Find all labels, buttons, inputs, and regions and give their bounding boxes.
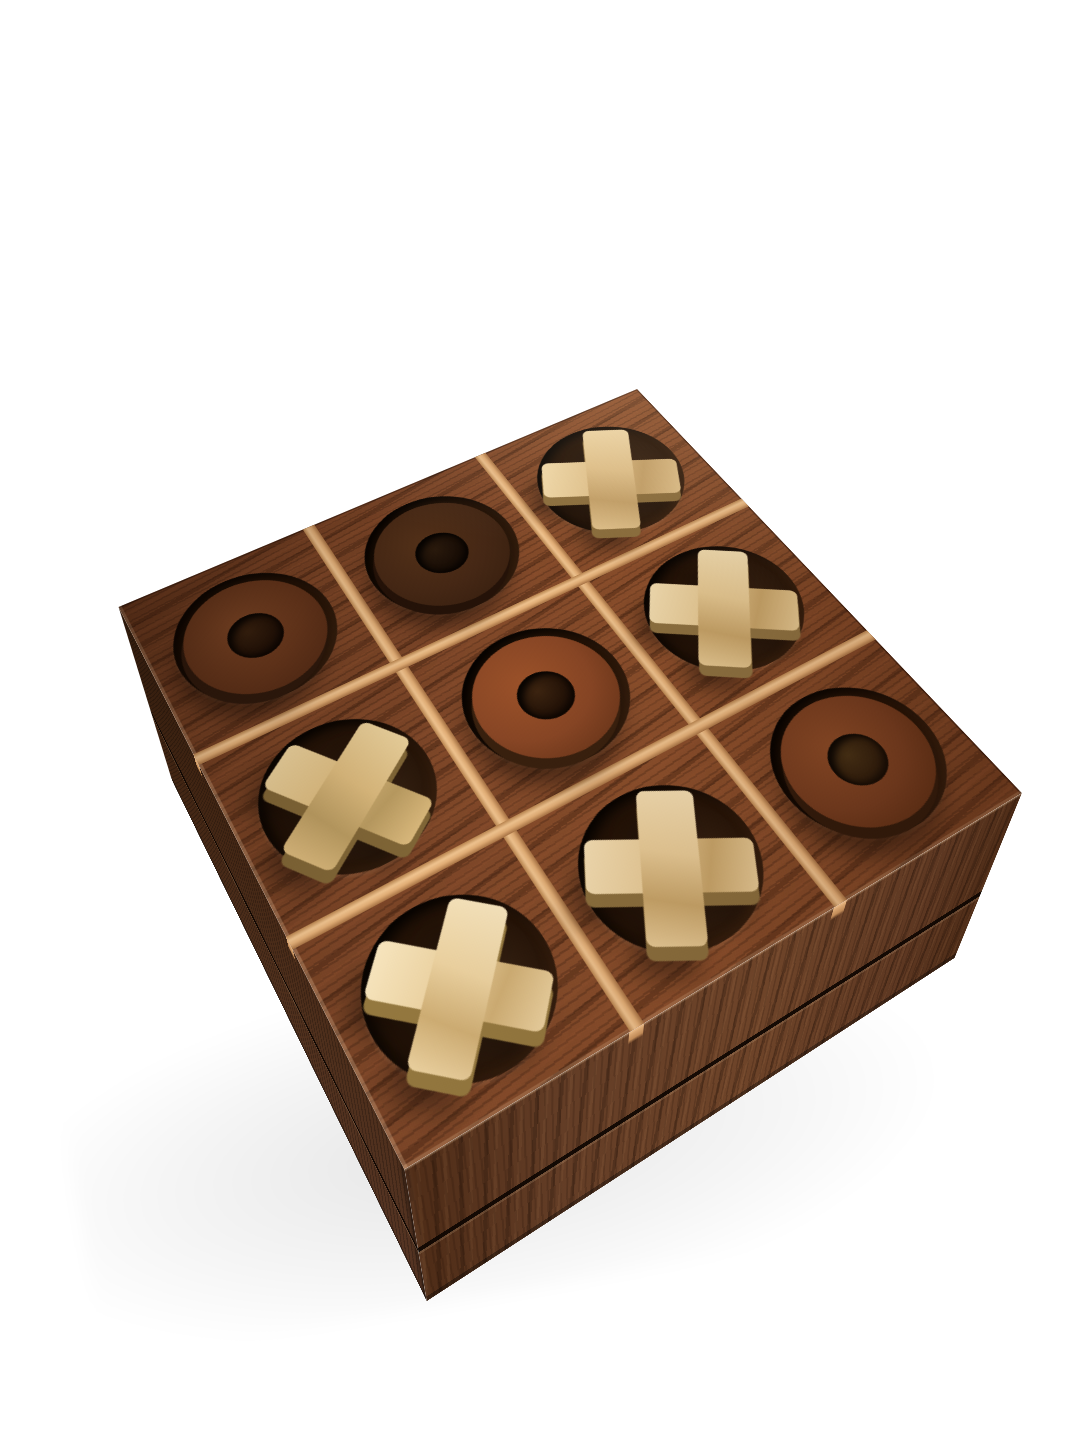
x-piece[interactable] (231, 693, 469, 907)
x-piece[interactable] (510, 409, 713, 555)
x-bar (361, 953, 554, 1048)
product-photo-scene (0, 0, 1080, 1440)
x-piece-side (335, 893, 573, 1119)
x-piece-top (337, 879, 573, 1102)
cell-recess (735, 662, 983, 868)
x-bar (281, 720, 412, 872)
o-hole (815, 724, 901, 795)
x-bar (697, 549, 751, 668)
x-bar (279, 732, 411, 886)
x-bar (584, 837, 760, 894)
x-piece-side (575, 796, 776, 969)
x-piece[interactable] (613, 525, 837, 697)
x-bar (363, 939, 555, 1032)
cell-recess (231, 693, 469, 907)
x-bar (635, 790, 708, 947)
o-hole (219, 605, 293, 666)
x-bar (260, 754, 434, 860)
o-piece[interactable] (446, 615, 649, 783)
x-bar (262, 743, 434, 847)
x-piece-top (534, 424, 693, 536)
x-bar (406, 897, 509, 1082)
x-bar (583, 850, 760, 907)
x-piece-top (575, 784, 774, 955)
o-hole (406, 526, 478, 581)
x-bar (404, 910, 508, 1097)
x-piece-top (224, 696, 467, 902)
x-piece-top (642, 543, 808, 677)
x-bar (582, 430, 641, 530)
o-piece[interactable] (351, 485, 535, 627)
o-piece[interactable] (749, 673, 968, 854)
o-hole (506, 663, 586, 729)
x-bar (636, 802, 710, 961)
